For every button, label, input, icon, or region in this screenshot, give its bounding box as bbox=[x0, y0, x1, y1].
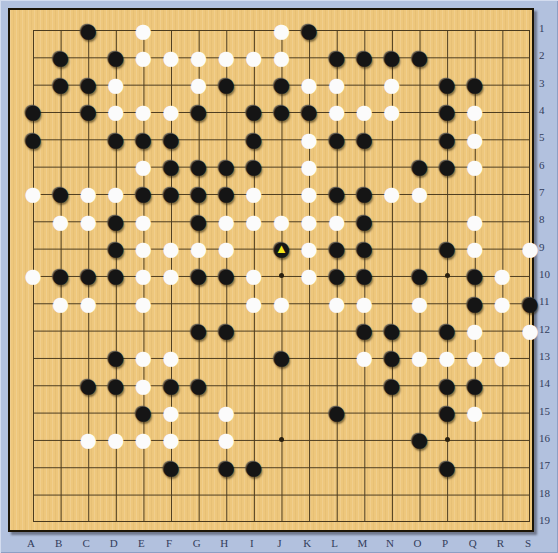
board-cell-H16[interactable]: ● bbox=[212, 426, 240, 453]
board-cell-O14[interactable] bbox=[406, 372, 434, 399]
board-cell-Q10[interactable]: ● bbox=[461, 262, 489, 289]
board-cell-I16[interactable] bbox=[240, 426, 268, 453]
board-cell-P9[interactable]: ● bbox=[433, 235, 461, 262]
board-cell-I10[interactable]: ● bbox=[240, 262, 268, 289]
board-cell-I3[interactable] bbox=[240, 71, 268, 98]
board-cell-O1[interactable] bbox=[406, 16, 434, 43]
board-cell-H5[interactable] bbox=[212, 126, 240, 153]
board-cell-E3[interactable] bbox=[130, 71, 158, 98]
board-cell-E9[interactable]: ● bbox=[130, 235, 158, 262]
board-cell-E18[interactable] bbox=[130, 481, 158, 508]
board-cell-A19[interactable] bbox=[19, 508, 47, 535]
board-cell-C12[interactable] bbox=[74, 317, 102, 344]
board-cell-P2[interactable] bbox=[433, 44, 461, 71]
board-cell-B7[interactable]: ● bbox=[47, 180, 75, 207]
board-cell-I13[interactable] bbox=[240, 344, 268, 371]
board-cell-J1[interactable]: ● bbox=[268, 16, 296, 43]
board-cell-R10[interactable]: ● bbox=[489, 262, 517, 289]
board-cell-C2[interactable] bbox=[74, 44, 102, 71]
board-cell-K4[interactable]: ● bbox=[295, 98, 323, 125]
board-cell-B2[interactable]: ● bbox=[47, 44, 75, 71]
board-cell-E1[interactable]: ● bbox=[130, 16, 158, 43]
board-cell-I9[interactable] bbox=[240, 235, 268, 262]
board-cell-R15[interactable] bbox=[489, 399, 517, 426]
board-cell-D7[interactable]: ● bbox=[102, 180, 130, 207]
board-cell-A8[interactable] bbox=[19, 208, 47, 235]
board-cell-M18[interactable] bbox=[351, 481, 379, 508]
board-cell-Q17[interactable] bbox=[461, 454, 489, 481]
board-cell-L15[interactable]: ● bbox=[323, 399, 351, 426]
board-cell-Q12[interactable]: ● bbox=[461, 317, 489, 344]
board-cell-K11[interactable] bbox=[295, 290, 323, 317]
board-cell-K12[interactable] bbox=[295, 317, 323, 344]
board-cell-A15[interactable] bbox=[19, 399, 47, 426]
board-cell-N11[interactable] bbox=[378, 290, 406, 317]
board-cell-D15[interactable] bbox=[102, 399, 130, 426]
board-cell-K17[interactable] bbox=[295, 454, 323, 481]
board-cell-K7[interactable]: ● bbox=[295, 180, 323, 207]
board-cell-Q2[interactable] bbox=[461, 44, 489, 71]
board-cell-M14[interactable] bbox=[351, 372, 379, 399]
board-cell-Q14[interactable]: ● bbox=[461, 372, 489, 399]
board-cell-H15[interactable]: ● bbox=[212, 399, 240, 426]
board-cell-O18[interactable] bbox=[406, 481, 434, 508]
board-cell-P3[interactable]: ● bbox=[433, 71, 461, 98]
board-cell-D5[interactable]: ● bbox=[102, 126, 130, 153]
board-cell-A18[interactable] bbox=[19, 481, 47, 508]
board-cell-G7[interactable]: ● bbox=[185, 180, 213, 207]
board-cell-G9[interactable]: ● bbox=[185, 235, 213, 262]
board-cell-P14[interactable]: ● bbox=[433, 372, 461, 399]
board-cell-J19[interactable] bbox=[268, 508, 296, 535]
board-cell-N19[interactable] bbox=[378, 508, 406, 535]
board-cell-C9[interactable] bbox=[74, 235, 102, 262]
board-cell-H7[interactable]: ● bbox=[212, 180, 240, 207]
board-cell-Q16[interactable] bbox=[461, 426, 489, 453]
board-cell-I18[interactable] bbox=[240, 481, 268, 508]
board-cell-L4[interactable]: ● bbox=[323, 98, 351, 125]
board-cell-N1[interactable] bbox=[378, 16, 406, 43]
board-cell-R5[interactable] bbox=[489, 126, 517, 153]
board-cell-I15[interactable] bbox=[240, 399, 268, 426]
board-cell-H2[interactable]: ● bbox=[212, 44, 240, 71]
board-cell-C8[interactable]: ● bbox=[74, 208, 102, 235]
board-cell-G5[interactable] bbox=[185, 126, 213, 153]
board-cell-R19[interactable] bbox=[489, 508, 517, 535]
board-cell-E6[interactable]: ● bbox=[130, 153, 158, 180]
board-cell-G17[interactable] bbox=[185, 454, 213, 481]
board-cell-E16[interactable]: ● bbox=[130, 426, 158, 453]
board-cell-I5[interactable]: ● bbox=[240, 126, 268, 153]
board-cell-O2[interactable]: ● bbox=[406, 44, 434, 71]
board-cell-G15[interactable] bbox=[185, 399, 213, 426]
board-cell-L16[interactable] bbox=[323, 426, 351, 453]
board-cell-M1[interactable] bbox=[351, 16, 379, 43]
board-cell-J7[interactable] bbox=[268, 180, 296, 207]
board-cell-N12[interactable]: ● bbox=[378, 317, 406, 344]
board-cell-A10[interactable]: ● bbox=[19, 262, 47, 289]
board-cell-M17[interactable] bbox=[351, 454, 379, 481]
board-cell-I14[interactable] bbox=[240, 372, 268, 399]
board-cell-G16[interactable] bbox=[185, 426, 213, 453]
board-cell-H11[interactable] bbox=[212, 290, 240, 317]
board-cell-C16[interactable]: ● bbox=[74, 426, 102, 453]
board-cell-C4[interactable]: ● bbox=[74, 98, 102, 125]
board-cell-D1[interactable] bbox=[102, 16, 130, 43]
board-cell-F4[interactable]: ● bbox=[157, 98, 185, 125]
board-cell-R18[interactable] bbox=[489, 481, 517, 508]
board-cell-I7[interactable]: ● bbox=[240, 180, 268, 207]
board-cell-A2[interactable] bbox=[19, 44, 47, 71]
board-cell-L11[interactable]: ● bbox=[323, 290, 351, 317]
board-cell-N15[interactable] bbox=[378, 399, 406, 426]
board-cell-D19[interactable] bbox=[102, 508, 130, 535]
board-cell-P7[interactable] bbox=[433, 180, 461, 207]
board-cell-L10[interactable]: ● bbox=[323, 262, 351, 289]
board-cell-B18[interactable] bbox=[47, 481, 75, 508]
board-cell-C13[interactable] bbox=[74, 344, 102, 371]
board-cell-A13[interactable] bbox=[19, 344, 47, 371]
board-cell-R6[interactable] bbox=[489, 153, 517, 180]
board-cell-J13[interactable]: ● bbox=[268, 344, 296, 371]
board-cell-Q19[interactable] bbox=[461, 508, 489, 535]
board-cell-N6[interactable] bbox=[378, 153, 406, 180]
board-cell-P15[interactable]: ● bbox=[433, 399, 461, 426]
board-cell-Q15[interactable]: ● bbox=[461, 399, 489, 426]
board-cell-D18[interactable] bbox=[102, 481, 130, 508]
board-cell-C18[interactable] bbox=[74, 481, 102, 508]
board-cell-Q5[interactable]: ● bbox=[461, 126, 489, 153]
board-cell-P5[interactable]: ● bbox=[433, 126, 461, 153]
board-cell-B16[interactable] bbox=[47, 426, 75, 453]
board-cell-Q13[interactable]: ● bbox=[461, 344, 489, 371]
board-cell-A5[interactable]: ● bbox=[19, 126, 47, 153]
board-cell-O4[interactable] bbox=[406, 98, 434, 125]
board-cell-L19[interactable] bbox=[323, 508, 351, 535]
board-cell-I17[interactable]: ● bbox=[240, 454, 268, 481]
board-cell-H18[interactable] bbox=[212, 481, 240, 508]
board-cell-R2[interactable] bbox=[489, 44, 517, 71]
board-cell-M9[interactable]: ● bbox=[351, 235, 379, 262]
board-cell-E14[interactable]: ● bbox=[130, 372, 158, 399]
board-cell-F11[interactable] bbox=[157, 290, 185, 317]
board-cell-K18[interactable] bbox=[295, 481, 323, 508]
board-cell-Q11[interactable]: ● bbox=[461, 290, 489, 317]
board-cell-K15[interactable] bbox=[295, 399, 323, 426]
board-cell-J5[interactable] bbox=[268, 126, 296, 153]
board-cell-C17[interactable] bbox=[74, 454, 102, 481]
board-cell-P8[interactable] bbox=[433, 208, 461, 235]
board-cell-K2[interactable] bbox=[295, 44, 323, 71]
board-cell-B14[interactable] bbox=[47, 372, 75, 399]
board-cell-J3[interactable]: ● bbox=[268, 71, 296, 98]
board-cell-E7[interactable]: ● bbox=[130, 180, 158, 207]
board-cell-E15[interactable]: ● bbox=[130, 399, 158, 426]
board-cell-I8[interactable]: ● bbox=[240, 208, 268, 235]
board-cell-L7[interactable]: ● bbox=[323, 180, 351, 207]
board-cell-N4[interactable]: ● bbox=[378, 98, 406, 125]
board-cell-L14[interactable] bbox=[323, 372, 351, 399]
board-cell-F18[interactable] bbox=[157, 481, 185, 508]
board-cell-N18[interactable] bbox=[378, 481, 406, 508]
board-cell-P12[interactable]: ● bbox=[433, 317, 461, 344]
board-cell-D17[interactable] bbox=[102, 454, 130, 481]
board-cell-M5[interactable]: ● bbox=[351, 126, 379, 153]
board-cell-O12[interactable] bbox=[406, 317, 434, 344]
board-cell-O3[interactable] bbox=[406, 71, 434, 98]
board-cell-R3[interactable] bbox=[489, 71, 517, 98]
board-cell-E10[interactable]: ● bbox=[130, 262, 158, 289]
board-cell-G18[interactable] bbox=[185, 481, 213, 508]
board-cell-G12[interactable]: ● bbox=[185, 317, 213, 344]
board-cell-J15[interactable] bbox=[268, 399, 296, 426]
board-cell-K1[interactable]: ● bbox=[295, 16, 323, 43]
board-cell-O10[interactable]: ● bbox=[406, 262, 434, 289]
board-cell-F14[interactable]: ● bbox=[157, 372, 185, 399]
board-cell-K10[interactable]: ● bbox=[295, 262, 323, 289]
board-cell-B11[interactable]: ● bbox=[47, 290, 75, 317]
board-cell-H9[interactable]: ● bbox=[212, 235, 240, 262]
board-cell-F5[interactable]: ● bbox=[157, 126, 185, 153]
board-cell-A4[interactable]: ● bbox=[19, 98, 47, 125]
board-cell-N3[interactable]: ● bbox=[378, 71, 406, 98]
board-cell-P19[interactable] bbox=[433, 508, 461, 535]
board-cell-F16[interactable]: ● bbox=[157, 426, 185, 453]
board-cell-L5[interactable]: ● bbox=[323, 126, 351, 153]
board-cell-K6[interactable]: ● bbox=[295, 153, 323, 180]
board-cell-P18[interactable] bbox=[433, 481, 461, 508]
board-cell-K8[interactable]: ● bbox=[295, 208, 323, 235]
board-cell-L9[interactable]: ● bbox=[323, 235, 351, 262]
board-cell-D10[interactable]: ● bbox=[102, 262, 130, 289]
board-cell-M13[interactable]: ● bbox=[351, 344, 379, 371]
board-cell-G3[interactable]: ● bbox=[185, 71, 213, 98]
board-cell-A9[interactable] bbox=[19, 235, 47, 262]
board-cell-D3[interactable]: ● bbox=[102, 71, 130, 98]
board-cell-M19[interactable] bbox=[351, 508, 379, 535]
board-cell-L2[interactable]: ● bbox=[323, 44, 351, 71]
board-cell-H17[interactable]: ● bbox=[212, 454, 240, 481]
board-cell-F17[interactable]: ● bbox=[157, 454, 185, 481]
board-cell-L13[interactable] bbox=[323, 344, 351, 371]
board-cell-B13[interactable] bbox=[47, 344, 75, 371]
board-cell-N2[interactable]: ● bbox=[378, 44, 406, 71]
board-cell-D16[interactable]: ● bbox=[102, 426, 130, 453]
board-cell-C3[interactable]: ● bbox=[74, 71, 102, 98]
board-cell-R4[interactable] bbox=[489, 98, 517, 125]
board-cell-B12[interactable] bbox=[47, 317, 75, 344]
board-cell-Q6[interactable]: ● bbox=[461, 153, 489, 180]
board-cell-N7[interactable]: ● bbox=[378, 180, 406, 207]
board-cell-O5[interactable] bbox=[406, 126, 434, 153]
board-cell-B5[interactable] bbox=[47, 126, 75, 153]
board-cell-Q3[interactable]: ● bbox=[461, 71, 489, 98]
board-cell-O8[interactable] bbox=[406, 208, 434, 235]
board-cell-O6[interactable]: ● bbox=[406, 153, 434, 180]
board-cell-I6[interactable]: ● bbox=[240, 153, 268, 180]
board-cell-H19[interactable] bbox=[212, 508, 240, 535]
board-cell-M4[interactable]: ● bbox=[351, 98, 379, 125]
board-cell-J8[interactable]: ● bbox=[268, 208, 296, 235]
board-cell-R14[interactable] bbox=[489, 372, 517, 399]
board-cell-H8[interactable]: ● bbox=[212, 208, 240, 235]
board-cell-I19[interactable] bbox=[240, 508, 268, 535]
board-cell-P4[interactable]: ● bbox=[433, 98, 461, 125]
board-cell-K9[interactable]: ● bbox=[295, 235, 323, 262]
board-cell-N10[interactable] bbox=[378, 262, 406, 289]
board-cell-F2[interactable]: ● bbox=[157, 44, 185, 71]
board-cell-A1[interactable] bbox=[19, 16, 47, 43]
board-cell-C11[interactable]: ● bbox=[74, 290, 102, 317]
board-cell-R12[interactable] bbox=[489, 317, 517, 344]
board-cell-F10[interactable]: ● bbox=[157, 262, 185, 289]
board-cell-N14[interactable]: ● bbox=[378, 372, 406, 399]
board-cell-O19[interactable] bbox=[406, 508, 434, 535]
board-cell-M8[interactable]: ● bbox=[351, 208, 379, 235]
board-cell-E4[interactable]: ● bbox=[130, 98, 158, 125]
board-cell-K5[interactable]: ● bbox=[295, 126, 323, 153]
board-cell-J17[interactable] bbox=[268, 454, 296, 481]
board-cell-D12[interactable] bbox=[102, 317, 130, 344]
board-cell-G11[interactable] bbox=[185, 290, 213, 317]
board-cell-B3[interactable]: ● bbox=[47, 71, 75, 98]
board-cell-F6[interactable]: ● bbox=[157, 153, 185, 180]
board-cell-M3[interactable] bbox=[351, 71, 379, 98]
board-cell-N8[interactable] bbox=[378, 208, 406, 235]
board-cell-B4[interactable] bbox=[47, 98, 75, 125]
board-cell-R16[interactable] bbox=[489, 426, 517, 453]
board-cell-M10[interactable]: ● bbox=[351, 262, 379, 289]
board-cell-Q7[interactable] bbox=[461, 180, 489, 207]
board-cell-O13[interactable]: ● bbox=[406, 344, 434, 371]
board-cell-L17[interactable] bbox=[323, 454, 351, 481]
board-cell-C5[interactable] bbox=[74, 126, 102, 153]
board-cell-J18[interactable] bbox=[268, 481, 296, 508]
board-cell-H14[interactable] bbox=[212, 372, 240, 399]
board-cell-E11[interactable]: ● bbox=[130, 290, 158, 317]
board-cell-P6[interactable]: ● bbox=[433, 153, 461, 180]
board-cell-N5[interactable] bbox=[378, 126, 406, 153]
board-cell-J16[interactable] bbox=[268, 426, 296, 453]
board-cell-A6[interactable] bbox=[19, 153, 47, 180]
board-cell-P16[interactable] bbox=[433, 426, 461, 453]
board-cell-F19[interactable] bbox=[157, 508, 185, 535]
board-cell-C15[interactable] bbox=[74, 399, 102, 426]
board-cell-H1[interactable] bbox=[212, 16, 240, 43]
board-cell-H4[interactable] bbox=[212, 98, 240, 125]
board-cell-I4[interactable]: ● bbox=[240, 98, 268, 125]
board-cell-B1[interactable] bbox=[47, 16, 75, 43]
board-cell-A12[interactable] bbox=[19, 317, 47, 344]
board-cell-J6[interactable] bbox=[268, 153, 296, 180]
board-cell-B9[interactable] bbox=[47, 235, 75, 262]
board-cell-D8[interactable]: ● bbox=[102, 208, 130, 235]
board-cell-E8[interactable]: ● bbox=[130, 208, 158, 235]
board-cell-J12[interactable] bbox=[268, 317, 296, 344]
board-cell-H10[interactable]: ● bbox=[212, 262, 240, 289]
board-cell-N16[interactable] bbox=[378, 426, 406, 453]
board-cell-A7[interactable]: ● bbox=[19, 180, 47, 207]
board-cell-M12[interactable]: ● bbox=[351, 317, 379, 344]
board-cell-P10[interactable] bbox=[433, 262, 461, 289]
board-cell-N13[interactable]: ● bbox=[378, 344, 406, 371]
board-cell-P11[interactable] bbox=[433, 290, 461, 317]
board-cell-K3[interactable]: ● bbox=[295, 71, 323, 98]
board-cell-L3[interactable]: ● bbox=[323, 71, 351, 98]
board-cell-A17[interactable] bbox=[19, 454, 47, 481]
board-cell-O17[interactable] bbox=[406, 454, 434, 481]
board-cell-G13[interactable] bbox=[185, 344, 213, 371]
board-cell-K13[interactable] bbox=[295, 344, 323, 371]
board-cell-D13[interactable]: ● bbox=[102, 344, 130, 371]
board-cell-J2[interactable]: ● bbox=[268, 44, 296, 71]
board-cell-F8[interactable] bbox=[157, 208, 185, 235]
board-cell-L12[interactable] bbox=[323, 317, 351, 344]
board-cell-N17[interactable] bbox=[378, 454, 406, 481]
board-cell-F12[interactable] bbox=[157, 317, 185, 344]
board-cell-D11[interactable] bbox=[102, 290, 130, 317]
board-cell-D2[interactable]: ● bbox=[102, 44, 130, 71]
board-cell-M16[interactable] bbox=[351, 426, 379, 453]
board-cell-G14[interactable]: ● bbox=[185, 372, 213, 399]
board-cell-D6[interactable] bbox=[102, 153, 130, 180]
board-cell-O15[interactable] bbox=[406, 399, 434, 426]
board-cell-F7[interactable]: ● bbox=[157, 180, 185, 207]
board-cell-A11[interactable] bbox=[19, 290, 47, 317]
board-cell-H12[interactable]: ● bbox=[212, 317, 240, 344]
board-cell-B10[interactable]: ● bbox=[47, 262, 75, 289]
board-cell-R9[interactable] bbox=[489, 235, 517, 262]
board-cell-G2[interactable]: ● bbox=[185, 44, 213, 71]
board-cell-H3[interactable]: ● bbox=[212, 71, 240, 98]
board-cell-R8[interactable] bbox=[489, 208, 517, 235]
board-cell-R1[interactable] bbox=[489, 16, 517, 43]
board-cell-L1[interactable] bbox=[323, 16, 351, 43]
board-cell-M11[interactable]: ● bbox=[351, 290, 379, 317]
board-cell-F9[interactable]: ● bbox=[157, 235, 185, 262]
board-cell-R11[interactable]: ● bbox=[489, 290, 517, 317]
board-cell-K19[interactable] bbox=[295, 508, 323, 535]
board-cell-D14[interactable]: ● bbox=[102, 372, 130, 399]
board-cell-O9[interactable] bbox=[406, 235, 434, 262]
board-cell-O11[interactable]: ● bbox=[406, 290, 434, 317]
board-cell-F15[interactable]: ● bbox=[157, 399, 185, 426]
board-cell-B17[interactable] bbox=[47, 454, 75, 481]
board-cell-O7[interactable]: ● bbox=[406, 180, 434, 207]
board-cell-D9[interactable]: ● bbox=[102, 235, 130, 262]
board-cell-G1[interactable] bbox=[185, 16, 213, 43]
board-cell-J11[interactable]: ● bbox=[268, 290, 296, 317]
board-cell-Q4[interactable]: ● bbox=[461, 98, 489, 125]
board-cell-J14[interactable] bbox=[268, 372, 296, 399]
board-cell-I1[interactable] bbox=[240, 16, 268, 43]
board-cell-F3[interactable] bbox=[157, 71, 185, 98]
board-cell-F13[interactable]: ● bbox=[157, 344, 185, 371]
board-cell-L8[interactable]: ● bbox=[323, 208, 351, 235]
board-cell-Q18[interactable] bbox=[461, 481, 489, 508]
board-cell-R17[interactable] bbox=[489, 454, 517, 481]
board-cell-R7[interactable] bbox=[489, 180, 517, 207]
board-cell-K14[interactable] bbox=[295, 372, 323, 399]
board-cell-B19[interactable] bbox=[47, 508, 75, 535]
board-cell-H13[interactable] bbox=[212, 344, 240, 371]
board-cell-P13[interactable]: ● bbox=[433, 344, 461, 371]
board-cell-P17[interactable]: ● bbox=[433, 454, 461, 481]
board-cell-E5[interactable]: ● bbox=[130, 126, 158, 153]
board-cell-A14[interactable] bbox=[19, 372, 47, 399]
board-cell-A16[interactable] bbox=[19, 426, 47, 453]
board-cell-J10[interactable] bbox=[268, 262, 296, 289]
